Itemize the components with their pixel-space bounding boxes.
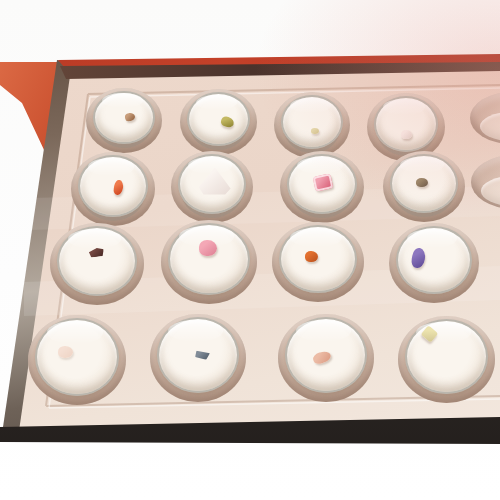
tray-recess-groove xyxy=(0,0,500,500)
photo-frame xyxy=(0,0,500,500)
